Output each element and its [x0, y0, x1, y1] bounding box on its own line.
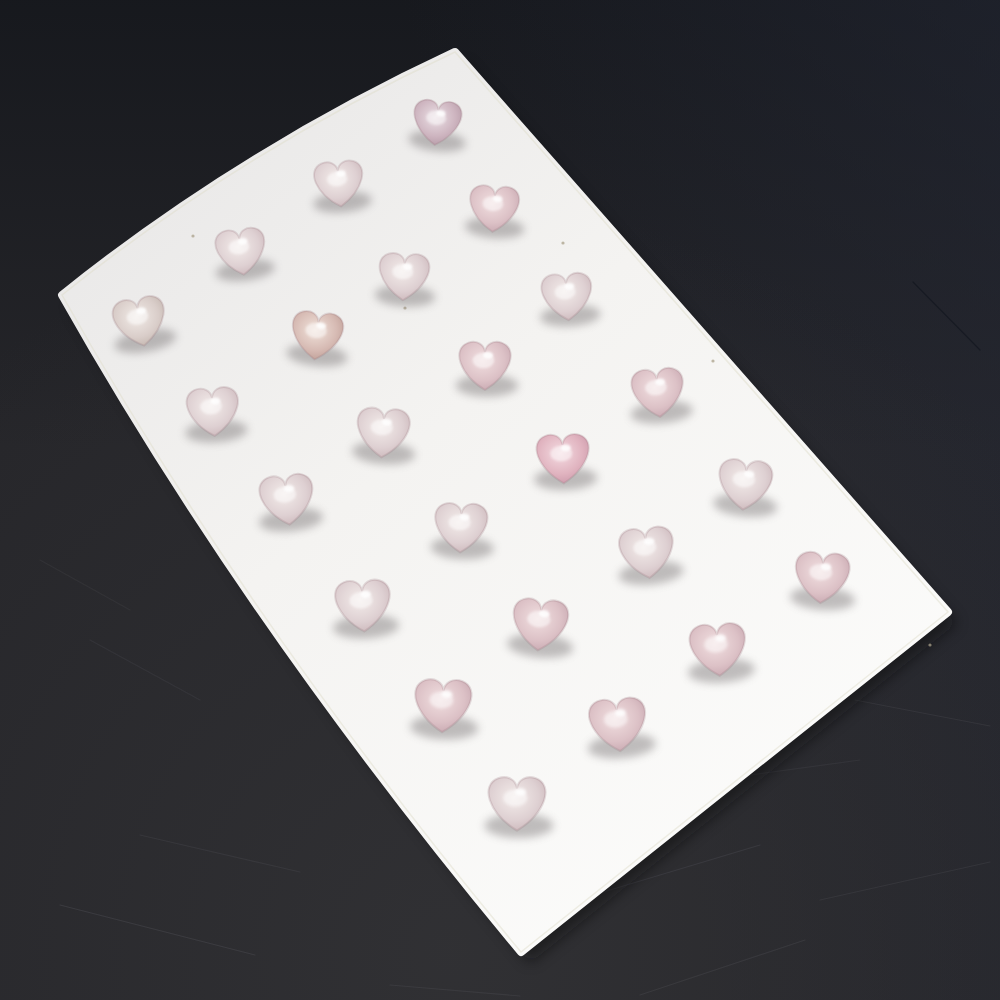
heart-specular-highlight [515, 788, 526, 796]
product-photo [0, 0, 1000, 1000]
dust-speck [928, 643, 931, 646]
heart-specular-highlight [483, 352, 493, 359]
dust-speck [403, 306, 406, 309]
dust-speck [711, 359, 714, 362]
dust-speck [561, 241, 564, 244]
photo-stage [0, 0, 1000, 1000]
dust-speck [191, 234, 194, 237]
